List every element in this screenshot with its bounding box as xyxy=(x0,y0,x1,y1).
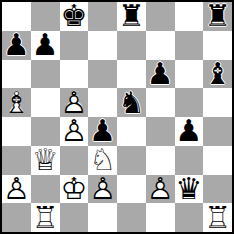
square-a2[interactable]: ♟♙ xyxy=(2,175,31,204)
white-piece-outline-layer: ♕ xyxy=(31,146,60,175)
piece-black-pawn[interactable]: ♟ xyxy=(31,31,60,60)
square-h4[interactable] xyxy=(203,117,232,146)
piece-white-pawn[interactable]: ♟♙ xyxy=(60,117,89,146)
black-piece-fill-layer: ♜ xyxy=(117,2,146,31)
white-piece-outline-layer: ♙ xyxy=(2,175,31,204)
black-piece-fill-layer: ♟ xyxy=(2,31,31,60)
piece-black-pawn[interactable]: ♟ xyxy=(2,31,31,60)
square-f5[interactable] xyxy=(146,88,175,117)
black-piece-fill-layer: ♝ xyxy=(203,60,232,89)
white-piece-outline-layer: ♙ xyxy=(60,117,89,146)
white-piece-outline-layer: ♖ xyxy=(203,203,232,232)
square-a5[interactable]: ♝♗ xyxy=(2,88,31,117)
square-a6[interactable] xyxy=(2,60,31,89)
square-b5[interactable] xyxy=(31,88,60,117)
black-piece-fill-layer: ♟ xyxy=(31,31,60,60)
square-e1[interactable] xyxy=(117,203,146,232)
black-piece-fill-layer: ♜ xyxy=(203,2,232,31)
black-piece-fill-layer: ♟ xyxy=(175,117,204,146)
square-a7[interactable]: ♟ xyxy=(2,31,31,60)
square-g1[interactable] xyxy=(175,203,204,232)
square-b1[interactable]: ♜♖ xyxy=(31,203,60,232)
square-d7[interactable] xyxy=(88,31,117,60)
square-f2[interactable]: ♟♙ xyxy=(146,175,175,204)
square-f6[interactable]: ♟ xyxy=(146,60,175,89)
white-piece-outline-layer: ♔ xyxy=(60,175,89,204)
square-b7[interactable]: ♟ xyxy=(31,31,60,60)
piece-black-king[interactable]: ♚ xyxy=(60,2,89,31)
piece-white-rook[interactable]: ♜♖ xyxy=(203,203,232,232)
white-piece-outline-layer: ♙ xyxy=(146,175,175,204)
square-f8[interactable] xyxy=(146,2,175,31)
square-g2[interactable]: ♛ xyxy=(175,175,204,204)
square-e6[interactable] xyxy=(117,60,146,89)
square-e5[interactable]: ♞ xyxy=(117,88,146,117)
square-b3[interactable]: ♛♕ xyxy=(31,146,60,175)
square-g7[interactable] xyxy=(175,31,204,60)
white-piece-outline-layer: ♖ xyxy=(31,203,60,232)
square-g4[interactable]: ♟ xyxy=(175,117,204,146)
square-h2[interactable] xyxy=(203,175,232,204)
square-e8[interactable]: ♜ xyxy=(117,2,146,31)
black-piece-fill-layer: ♚ xyxy=(60,2,89,31)
square-c7[interactable] xyxy=(60,31,89,60)
square-h3[interactable] xyxy=(203,146,232,175)
square-f4[interactable] xyxy=(146,117,175,146)
black-piece-fill-layer: ♞ xyxy=(117,88,146,117)
square-e4[interactable] xyxy=(117,117,146,146)
piece-black-rook[interactable]: ♜ xyxy=(203,2,232,31)
piece-black-queen[interactable]: ♛ xyxy=(175,175,204,204)
piece-black-pawn[interactable]: ♟ xyxy=(175,117,204,146)
square-e3[interactable] xyxy=(117,146,146,175)
square-g8[interactable] xyxy=(175,2,204,31)
piece-white-pawn[interactable]: ♟♙ xyxy=(146,175,175,204)
chess-board-frame: ♚♜♜♟♟♟♝♝♗♟♙♞♟♙♟♟♛♕♞♘♟♙♚♔♟♙♟♙♛♜♖♜♖ xyxy=(0,0,234,234)
piece-black-bishop[interactable]: ♝ xyxy=(203,60,232,89)
white-piece-outline-layer: ♗ xyxy=(2,88,31,117)
square-h8[interactable]: ♜ xyxy=(203,2,232,31)
square-d1[interactable] xyxy=(88,203,117,232)
square-a4[interactable] xyxy=(2,117,31,146)
piece-white-king[interactable]: ♚♔ xyxy=(60,175,89,204)
black-piece-fill-layer: ♛ xyxy=(175,175,204,204)
square-b2[interactable] xyxy=(31,175,60,204)
square-c2[interactable]: ♚♔ xyxy=(60,175,89,204)
square-h1[interactable]: ♜♖ xyxy=(203,203,232,232)
piece-white-rook[interactable]: ♜♖ xyxy=(31,203,60,232)
square-h5[interactable] xyxy=(203,88,232,117)
piece-white-pawn[interactable]: ♟♙ xyxy=(88,175,117,204)
square-d8[interactable] xyxy=(88,2,117,31)
square-d6[interactable] xyxy=(88,60,117,89)
piece-black-pawn[interactable]: ♟ xyxy=(146,60,175,89)
square-c6[interactable] xyxy=(60,60,89,89)
black-piece-fill-layer: ♟ xyxy=(146,60,175,89)
square-e7[interactable] xyxy=(117,31,146,60)
square-g6[interactable] xyxy=(175,60,204,89)
square-c4[interactable]: ♟♙ xyxy=(60,117,89,146)
piece-black-knight[interactable]: ♞ xyxy=(117,88,146,117)
piece-white-bishop[interactable]: ♝♗ xyxy=(2,88,31,117)
square-b6[interactable] xyxy=(31,60,60,89)
piece-black-rook[interactable]: ♜ xyxy=(117,2,146,31)
piece-white-queen[interactable]: ♛♕ xyxy=(31,146,60,175)
square-f1[interactable] xyxy=(146,203,175,232)
square-c8[interactable]: ♚ xyxy=(60,2,89,31)
white-piece-outline-layer: ♙ xyxy=(88,175,117,204)
square-e2[interactable] xyxy=(117,175,146,204)
square-a1[interactable] xyxy=(2,203,31,232)
chess-board: ♚♜♜♟♟♟♝♝♗♟♙♞♟♙♟♟♛♕♞♘♟♙♚♔♟♙♟♙♛♜♖♜♖ xyxy=(2,2,232,232)
square-c1[interactable] xyxy=(60,203,89,232)
square-h6[interactable]: ♝ xyxy=(203,60,232,89)
square-d2[interactable]: ♟♙ xyxy=(88,175,117,204)
piece-white-pawn[interactable]: ♟♙ xyxy=(2,175,31,204)
